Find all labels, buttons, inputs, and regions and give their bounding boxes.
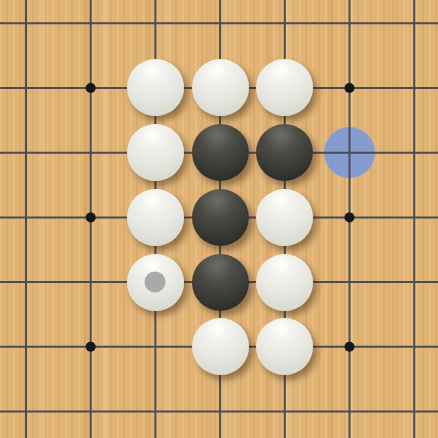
intersection-c5-r1[interactable] bbox=[317, 56, 382, 121]
white-stone bbox=[127, 254, 184, 311]
white-stone bbox=[256, 59, 313, 116]
black-stone bbox=[192, 124, 249, 181]
intersection-c3-r2[interactable] bbox=[188, 120, 253, 185]
intersection-c0-r0[interactable] bbox=[0, 0, 58, 56]
intersection-c0-r4[interactable] bbox=[0, 250, 58, 315]
intersection-c0-r3[interactable] bbox=[0, 185, 58, 250]
black-stone bbox=[256, 124, 313, 181]
intersection-c3-r1[interactable] bbox=[188, 56, 253, 121]
intersection-c3-r5[interactable] bbox=[188, 314, 253, 379]
intersection-c6-r3[interactable] bbox=[382, 185, 438, 250]
intersection-c2-r2[interactable] bbox=[123, 120, 188, 185]
intersection-c0-r2[interactable] bbox=[0, 120, 58, 185]
intersection-c5-r6[interactable] bbox=[317, 379, 382, 438]
intersection-c3-r6[interactable] bbox=[188, 379, 253, 438]
intersection-c1-r4[interactable] bbox=[58, 250, 123, 315]
go-board[interactable] bbox=[0, 0, 438, 438]
intersection-c6-r5[interactable] bbox=[382, 314, 438, 379]
intersection-c1-r6[interactable] bbox=[58, 379, 123, 438]
intersection-c2-r0[interactable] bbox=[123, 0, 188, 56]
intersection-c6-r1[interactable] bbox=[382, 56, 438, 121]
intersection-c3-r0[interactable] bbox=[188, 0, 253, 56]
intersection-c0-r5[interactable] bbox=[0, 314, 58, 379]
intersection-c3-r3[interactable] bbox=[188, 185, 253, 250]
intersection-c5-r4[interactable] bbox=[317, 250, 382, 315]
intersection-c4-r6[interactable] bbox=[252, 379, 317, 438]
intersection-c2-r3[interactable] bbox=[123, 185, 188, 250]
intersection-c6-r6[interactable] bbox=[382, 379, 438, 438]
intersection-c4-r3[interactable] bbox=[252, 185, 317, 250]
intersection-c5-r3[interactable] bbox=[317, 185, 382, 250]
intersection-c3-r4[interactable] bbox=[188, 250, 253, 315]
last-move-marker-dot bbox=[145, 272, 166, 293]
white-stone bbox=[127, 124, 184, 181]
intersection-c1-r3[interactable] bbox=[58, 185, 123, 250]
white-stone bbox=[192, 59, 249, 116]
white-stone bbox=[127, 59, 184, 116]
intersection-c2-r5[interactable] bbox=[123, 314, 188, 379]
intersection-c5-r5[interactable] bbox=[317, 314, 382, 379]
intersection-c5-r2[interactable] bbox=[317, 120, 382, 185]
intersection-c0-r6[interactable] bbox=[0, 379, 58, 438]
intersection-c4-r1[interactable] bbox=[252, 56, 317, 121]
white-stone bbox=[192, 318, 249, 375]
black-stone bbox=[192, 254, 249, 311]
intersection-c1-r0[interactable] bbox=[58, 0, 123, 56]
intersection-c6-r0[interactable] bbox=[382, 0, 438, 56]
intersection-c4-r5[interactable] bbox=[252, 314, 317, 379]
black-stone bbox=[192, 189, 249, 246]
intersection-c2-r6[interactable] bbox=[123, 379, 188, 438]
intersection-c4-r4[interactable] bbox=[252, 250, 317, 315]
intersection-c4-r0[interactable] bbox=[252, 0, 317, 56]
white-stone bbox=[256, 189, 313, 246]
intersection-c4-r2[interactable] bbox=[252, 120, 317, 185]
intersection-c5-r0[interactable] bbox=[317, 0, 382, 56]
intersection-c6-r2[interactable] bbox=[382, 120, 438, 185]
intersection-c2-r4[interactable] bbox=[123, 250, 188, 315]
white-stone bbox=[256, 254, 313, 311]
intersection-c1-r2[interactable] bbox=[58, 120, 123, 185]
intersection-c1-r5[interactable] bbox=[58, 314, 123, 379]
white-stone bbox=[256, 318, 313, 375]
intersection-c0-r1[interactable] bbox=[0, 56, 58, 121]
intersection-c6-r4[interactable] bbox=[382, 250, 438, 315]
stone-grid bbox=[0, 0, 438, 438]
white-stone bbox=[127, 189, 184, 246]
intersection-c1-r1[interactable] bbox=[58, 56, 123, 121]
intersection-c2-r1[interactable] bbox=[123, 56, 188, 121]
